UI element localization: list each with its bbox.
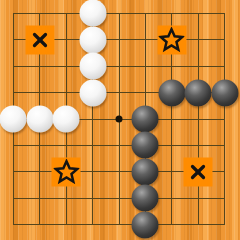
intersection[interactable] [132,0,158,26]
intersection[interactable] [27,106,53,132]
intersection[interactable] [132,106,158,132]
intersection[interactable] [27,211,53,237]
black-stone [185,79,212,106]
intersection[interactable] [185,159,211,185]
intersection[interactable] [106,79,132,105]
intersection[interactable] [0,106,26,132]
intersection[interactable] [159,185,185,211]
intersection[interactable] [0,79,26,105]
intersection[interactable] [132,79,158,105]
intersection[interactable] [159,132,185,158]
intersection[interactable] [79,27,105,53]
x-marker [25,25,54,54]
star-icon [53,159,79,185]
intersection[interactable] [27,159,53,185]
intersection[interactable] [159,211,185,237]
intersection[interactable] [0,53,26,79]
intersection[interactable] [211,211,237,237]
black-stone [132,211,159,238]
intersection[interactable] [106,0,132,26]
intersection[interactable] [159,27,185,53]
intersection[interactable] [211,79,237,105]
intersection[interactable] [106,211,132,237]
intersection[interactable] [53,27,79,53]
intersection[interactable] [211,106,237,132]
intersection[interactable] [79,159,105,185]
intersection[interactable] [159,0,185,26]
intersection[interactable] [79,0,105,26]
white-stone [0,106,27,133]
white-stone [79,79,106,106]
intersection[interactable] [53,132,79,158]
intersection[interactable] [211,185,237,211]
intersection[interactable] [0,185,26,211]
white-stone [26,106,53,133]
intersection[interactable] [53,159,79,185]
black-stone [211,79,238,106]
intersection[interactable] [79,79,105,105]
intersection[interactable] [185,211,211,237]
intersection[interactable] [211,27,237,53]
white-stone [79,53,106,80]
intersection[interactable] [0,0,26,26]
intersection[interactable] [27,185,53,211]
intersection[interactable] [185,185,211,211]
intersection[interactable] [185,132,211,158]
go-board[interactable] [0,0,240,240]
intersection[interactable] [27,132,53,158]
intersection[interactable] [106,53,132,79]
hoshi-dot [116,116,123,123]
intersection[interactable] [53,211,79,237]
intersection[interactable] [0,159,26,185]
intersection[interactable] [53,0,79,26]
intersection[interactable] [53,106,79,132]
star-marker [52,157,81,186]
white-stone [79,0,106,27]
intersection[interactable] [185,27,211,53]
intersection[interactable] [211,159,237,185]
intersection[interactable] [132,53,158,79]
intersection[interactable] [185,53,211,79]
intersection[interactable] [53,53,79,79]
intersection[interactable] [159,53,185,79]
star-marker [157,25,186,54]
black-stone [132,185,159,212]
intersection[interactable] [27,0,53,26]
intersection[interactable] [106,159,132,185]
x-icon [30,30,49,49]
intersection[interactable] [106,27,132,53]
intersection[interactable] [79,185,105,211]
intersection[interactable] [79,132,105,158]
x-icon [189,162,208,181]
intersection[interactable] [132,132,158,158]
intersection[interactable] [211,53,237,79]
intersection[interactable] [79,211,105,237]
intersection[interactable] [185,106,211,132]
intersection[interactable] [159,159,185,185]
white-stone [53,106,80,133]
intersection[interactable] [106,185,132,211]
white-stone [79,26,106,53]
intersection[interactable] [0,27,26,53]
intersection[interactable] [27,27,53,53]
intersection[interactable] [185,79,211,105]
intersection[interactable] [79,53,105,79]
black-stone [132,132,159,159]
intersection[interactable] [106,106,132,132]
black-stone [132,158,159,185]
intersection[interactable] [132,27,158,53]
x-marker [184,157,213,186]
intersection[interactable] [185,0,211,26]
intersection[interactable] [27,53,53,79]
star-icon [159,27,185,53]
intersection[interactable] [53,79,79,105]
intersection[interactable] [159,79,185,105]
intersection[interactable] [106,132,132,158]
intersection[interactable] [0,211,26,237]
intersection[interactable] [132,211,158,237]
intersection[interactable] [79,106,105,132]
intersection[interactable] [53,185,79,211]
intersection[interactable] [132,159,158,185]
intersection[interactable] [27,79,53,105]
intersection[interactable] [132,185,158,211]
intersection[interactable] [0,132,26,158]
intersection[interactable] [159,106,185,132]
black-stone [132,106,159,133]
intersection[interactable] [211,0,237,26]
intersection[interactable] [211,132,237,158]
go-grid [0,0,238,238]
black-stone [158,79,185,106]
